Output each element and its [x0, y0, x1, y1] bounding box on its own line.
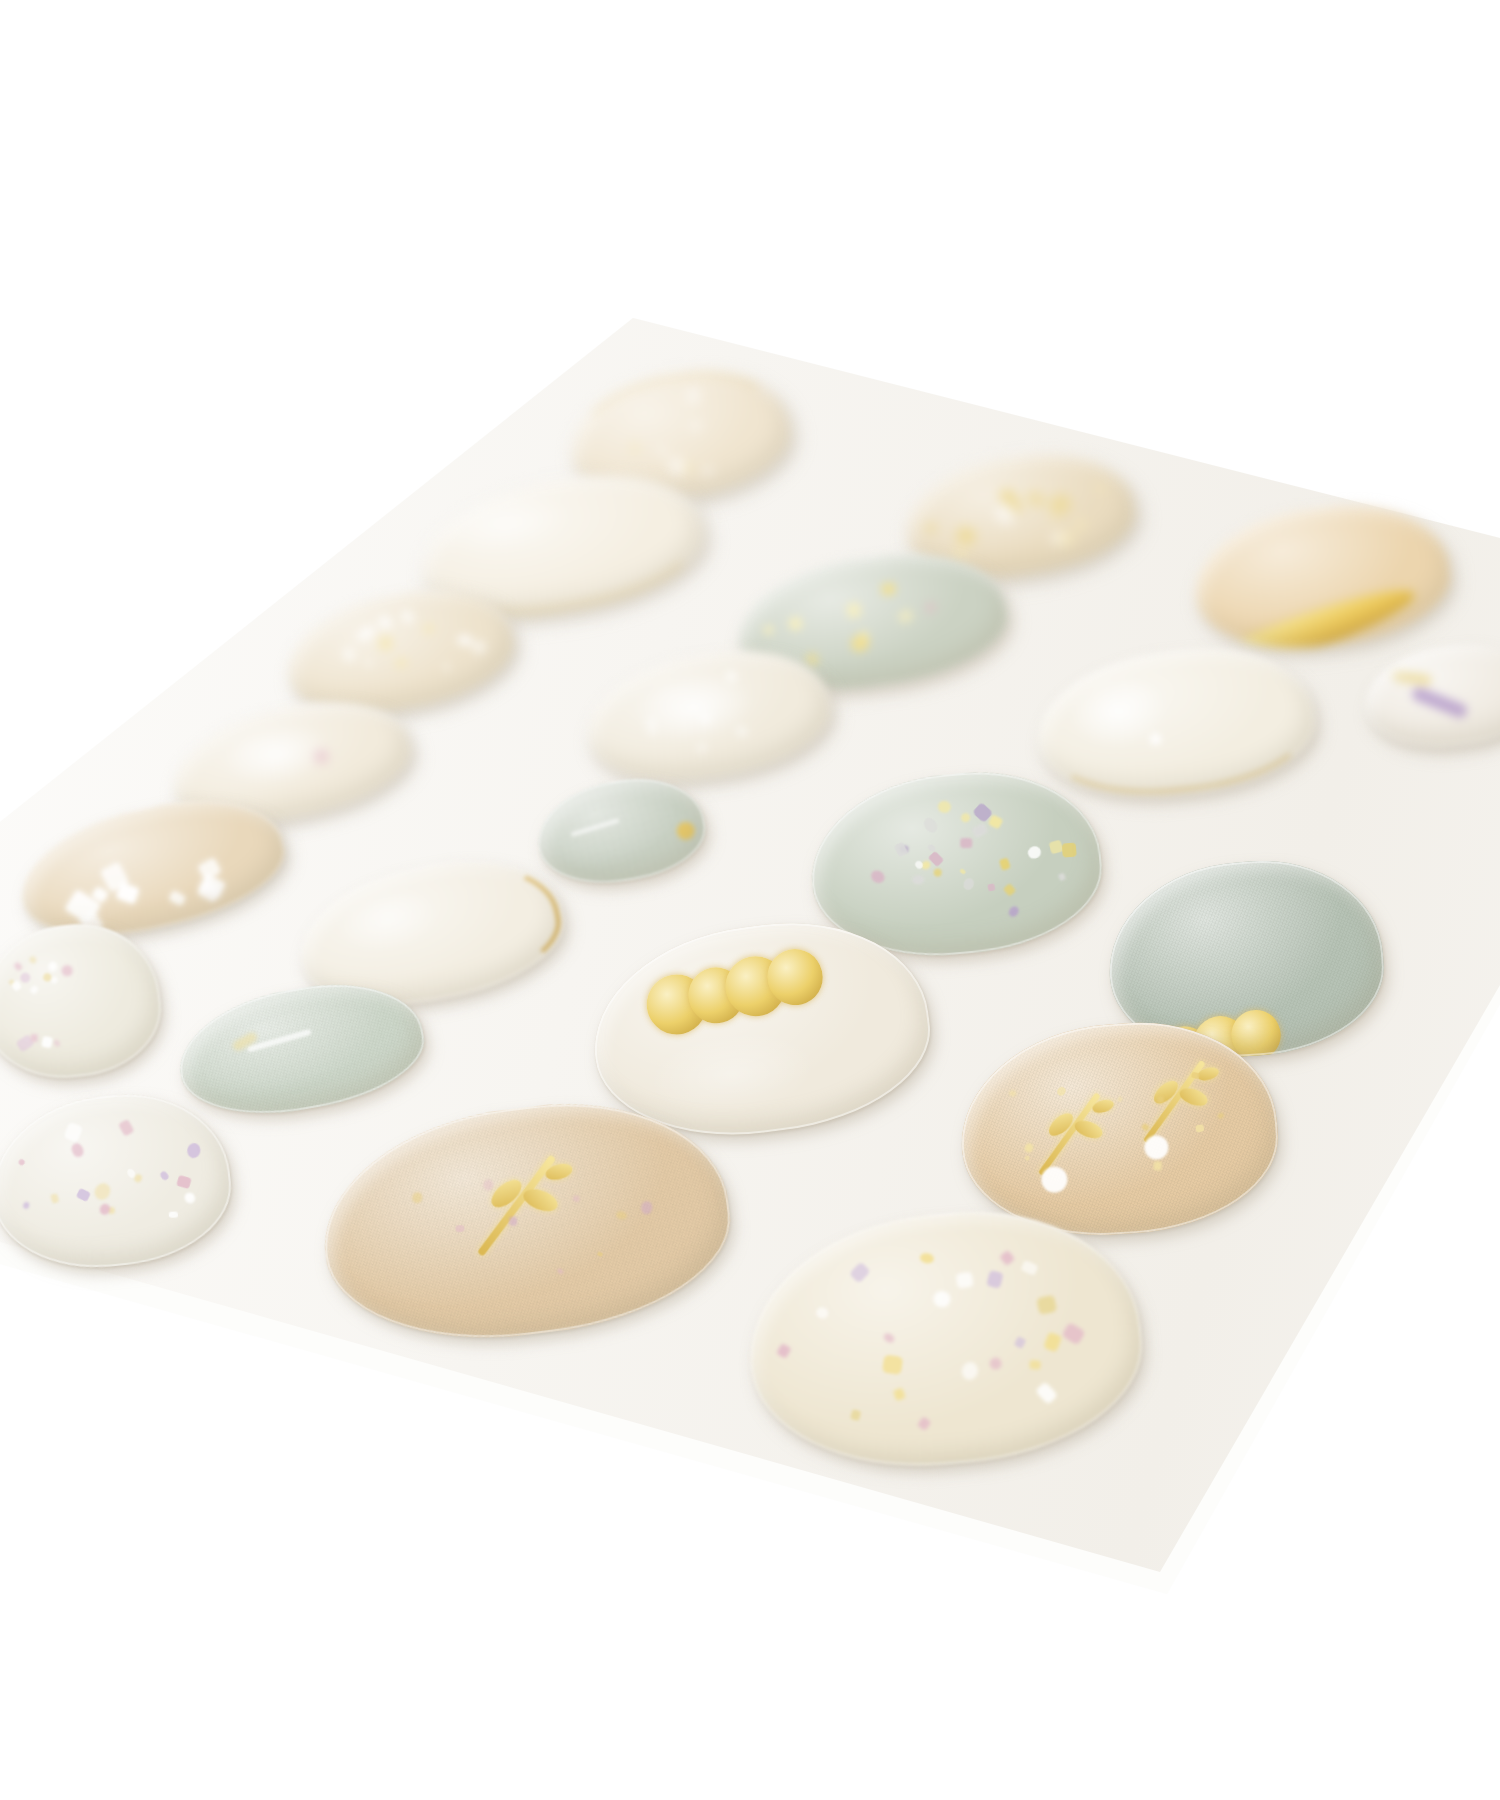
glitter-fleck — [1035, 1381, 1058, 1404]
sticker-highlight — [0, 1084, 238, 1278]
glitter-fleck — [999, 857, 1011, 871]
deco-dot — [1149, 733, 1162, 746]
glitter-fleck — [1007, 905, 1021, 919]
deco-streak — [1391, 669, 1432, 687]
glitter-fleck — [959, 812, 972, 825]
deco-streak — [247, 1029, 312, 1053]
glitter-fleck — [702, 467, 714, 476]
glitter-fleck — [960, 839, 972, 849]
nail-sticker-layer — [0, 0, 1500, 1800]
glitter-fleck — [776, 1343, 792, 1359]
nail-sticker — [0, 1084, 238, 1278]
glitter-fleck — [666, 455, 688, 478]
glitter-fleck — [850, 1409, 861, 1421]
glitter-fleck — [17, 1158, 26, 1167]
glitter-fleck — [685, 387, 702, 406]
glitter-fleck — [1073, 516, 1089, 533]
glitter-fleck — [815, 1306, 830, 1320]
glitter-fleck — [394, 657, 409, 668]
glitter-fleck — [845, 602, 862, 620]
glitter-fleck — [363, 658, 373, 668]
glitter-fleck — [641, 1201, 653, 1215]
glitter-fleck — [689, 420, 703, 432]
glitter-fleck — [1026, 844, 1043, 861]
glitter-fleck — [882, 1354, 903, 1375]
glitter-fleck — [986, 1270, 1004, 1289]
glitter-fleck — [918, 1416, 932, 1430]
glitter-fleck — [960, 1361, 979, 1382]
glitter-fleck — [1037, 1295, 1058, 1315]
glitter-fleck — [881, 582, 896, 596]
glitter-fleck — [41, 1036, 53, 1049]
glitter-fleck — [897, 608, 916, 626]
glitter-fleck — [959, 868, 966, 875]
glitter-fleck — [1043, 1332, 1062, 1353]
glitter-fleck — [1062, 842, 1077, 857]
glitter-fleck — [987, 814, 1003, 830]
glitter-fleck — [48, 961, 58, 972]
product-photo-scene — [0, 0, 1500, 1800]
glitter-fleck — [1058, 872, 1067, 881]
glitter-fleck — [1093, 482, 1107, 495]
deco-dot — [313, 748, 330, 765]
glitter-fleck — [597, 1251, 603, 1256]
glitter-fleck — [118, 1119, 134, 1136]
glitter-fleck — [786, 614, 805, 633]
gloss-sheen — [644, 1023, 821, 1125]
deco-streak — [1409, 685, 1468, 720]
glitter-fleck — [629, 440, 641, 454]
glitter-fleck — [63, 1122, 83, 1144]
glitter-fleck — [168, 1212, 177, 1219]
nail-sticker — [1185, 492, 1458, 662]
glitter-fleck — [696, 742, 709, 755]
gloss-sheen — [330, 881, 446, 960]
glitter-fleck — [398, 608, 417, 627]
glitter-fleck — [11, 980, 22, 992]
glitter-fleck — [29, 984, 40, 995]
glitter-fleck — [442, 663, 450, 672]
glitter-fleck — [1061, 1322, 1086, 1346]
glitter-fleck — [1009, 1090, 1016, 1096]
glitter-fleck — [999, 1250, 1015, 1266]
glitter-fleck — [701, 714, 710, 724]
deco-dot — [1041, 1166, 1069, 1194]
sticker-highlight — [1030, 637, 1322, 809]
glitter-fleck — [376, 613, 395, 631]
glitter-fleck — [804, 651, 821, 668]
nail-sticker — [1360, 637, 1500, 755]
glitter-fleck — [869, 868, 887, 885]
glitter-fleck — [182, 1191, 197, 1206]
glitter-fleck — [988, 1355, 1004, 1371]
gold-foil-scallop — [641, 941, 831, 1040]
gold-leaf-sprig — [1020, 1078, 1129, 1187]
glitter-fleck — [962, 876, 976, 891]
gloss-sheen — [628, 665, 760, 752]
sticker-glossy-edge — [1030, 637, 1322, 809]
glitter-fleck — [894, 842, 909, 858]
glitter-fleck — [955, 1272, 974, 1290]
glitter-fleck — [615, 1210, 627, 1220]
glitter-fleck — [849, 1261, 871, 1283]
glitter-fleck — [987, 883, 995, 891]
glitter-fleck — [60, 963, 75, 978]
glitter-fleck — [177, 1174, 192, 1188]
nail-sticker — [0, 916, 167, 1086]
glitter-fleck — [937, 800, 952, 814]
glitter-fleck — [341, 647, 355, 662]
glitter-fleck — [159, 1170, 170, 1182]
glitter-fleck — [763, 625, 773, 635]
deco-dot — [925, 602, 936, 613]
glitter-fleck — [932, 1289, 952, 1308]
glitter-fleck — [926, 523, 937, 532]
glitter-fleck — [29, 956, 38, 965]
nail-sticker — [530, 768, 712, 893]
glitter-fleck — [508, 1216, 516, 1225]
glitter-fleck — [933, 868, 942, 877]
glitter-fleck — [53, 1039, 61, 1048]
sticker-glossy-edge — [0, 916, 167, 1086]
glitter-fleck — [483, 1179, 493, 1190]
glitter-fleck — [70, 1142, 86, 1159]
glitter-fleck — [458, 635, 474, 647]
glitter-fleck — [725, 670, 739, 683]
glitter-fleck — [919, 1252, 934, 1264]
glitter-fleck — [971, 823, 988, 839]
sticker-highlight — [739, 1197, 1151, 1480]
gold-rim — [1034, 640, 1319, 806]
glitter-fleck — [1003, 883, 1017, 897]
glitter-fleck — [882, 1332, 895, 1344]
glitter-fleck — [955, 525, 977, 545]
glitter-fleck — [92, 1181, 113, 1203]
glitter-fleck — [1020, 1259, 1038, 1275]
nail-sticker — [1030, 637, 1322, 809]
glitter-fleck — [22, 1201, 31, 1210]
glitter-fleck — [51, 1193, 60, 1203]
gold-leaf-sprig — [458, 1137, 590, 1269]
glitter-fleck — [646, 726, 657, 737]
glitter-fleck — [75, 1188, 91, 1203]
glitter-fleck — [1024, 488, 1048, 511]
glitter-fleck — [557, 1268, 564, 1275]
glitter-fleck — [357, 632, 368, 640]
nail-sticker — [739, 1197, 1151, 1480]
glitter-fleck — [654, 444, 671, 459]
glitter-fleck — [912, 876, 924, 885]
white-foil-shard — [169, 890, 186, 905]
glitter-fleck — [1013, 1336, 1025, 1349]
sticker-glossy-edge — [0, 1084, 238, 1278]
glitter-fleck — [30, 1034, 37, 1042]
glitter-fleck — [1030, 1360, 1041, 1369]
sticker-glossy-edge — [739, 1197, 1151, 1480]
gloss-sheen — [424, 482, 575, 565]
glitter-fleck — [472, 640, 487, 655]
glitter-fleck — [14, 962, 24, 972]
deco-streak — [570, 817, 619, 836]
glitter-fleck — [734, 724, 749, 738]
gold-leaf-sprig — [1126, 1045, 1235, 1154]
white-foil-shard — [198, 858, 221, 880]
glitter-fleck — [893, 1387, 907, 1401]
glitter-fleck — [1153, 1161, 1162, 1171]
deco-dot — [675, 821, 696, 842]
glitter-fleck — [378, 635, 393, 650]
sticker-highlight — [0, 916, 167, 1086]
glitter-fleck — [647, 718, 656, 729]
glitter-fleck — [921, 815, 940, 835]
glitter-fleck — [19, 971, 32, 985]
glitter-fleck — [422, 623, 435, 635]
glitter-fleck — [186, 1143, 202, 1160]
glitter-fleck — [411, 1192, 422, 1204]
